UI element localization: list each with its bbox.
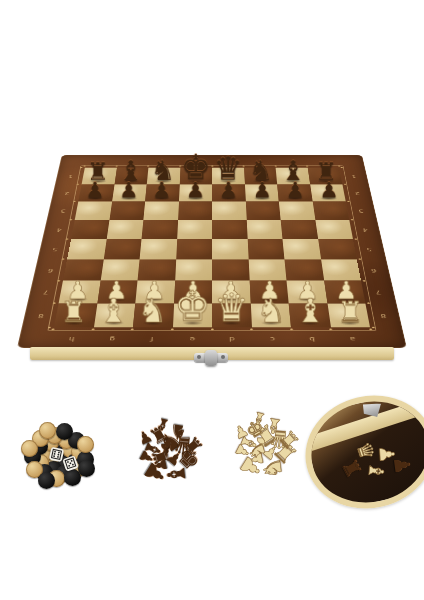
file-label: a xyxy=(331,332,373,342)
piece-shadow xyxy=(87,179,110,183)
light-knight: ♞ xyxy=(138,295,168,326)
light-pawn: ♟ xyxy=(105,279,127,302)
chessboard: ♜♝♞♚♛♞♝♜♟♟♟♟♟♟♟♟♟♟♟♟♟♟♟♟♜♝♞♚♛♞♝♜ hgfedcb… xyxy=(17,155,407,348)
brass-pin xyxy=(330,329,333,331)
square: ♟ xyxy=(112,184,147,201)
piece-shadow xyxy=(218,320,245,326)
square: ♞ xyxy=(244,168,277,184)
piece-shadow xyxy=(84,196,107,201)
rank-label: 5 xyxy=(43,239,67,259)
square: ♞ xyxy=(147,168,180,184)
wood-disc xyxy=(21,440,38,457)
square xyxy=(63,259,103,280)
square: ♝ xyxy=(289,303,331,327)
brass-pin xyxy=(73,201,76,202)
product-photo: ♜♝♞♚♛♞♝♜♟♟♟♟♟♟♟♟♟♟♟♟♟♟♟♟♜♝♞♚♛♞♝♜ hgfedcb… xyxy=(0,0,424,600)
dark-pawn: ♟ xyxy=(152,180,171,200)
rank-label: 7 xyxy=(366,281,391,304)
brass-pin xyxy=(290,329,293,331)
rank-label: 1 xyxy=(60,168,81,184)
dark-pawn: ♟ xyxy=(252,180,271,200)
square: ♟ xyxy=(245,184,279,201)
rank-labels-left: 12345678 xyxy=(28,168,81,328)
file-label: d xyxy=(212,332,252,342)
square: ♟ xyxy=(212,281,250,304)
piece-shadow xyxy=(152,179,174,183)
square xyxy=(281,220,318,239)
light-bishop: ♝ xyxy=(99,295,129,326)
rank-label: 3 xyxy=(52,202,74,220)
brass-pin xyxy=(53,303,56,305)
brass-pins-bottom xyxy=(51,329,372,331)
light-pawn: ♟ xyxy=(297,279,319,302)
rank-label: 5 xyxy=(357,239,381,259)
light-rook: ♜ xyxy=(61,298,87,326)
brass-pin xyxy=(347,201,350,202)
square: ♜ xyxy=(82,168,117,184)
dark-king: ♚ xyxy=(181,151,211,183)
square xyxy=(284,259,323,280)
light-pawn: ♟ xyxy=(258,279,280,302)
square: ♟ xyxy=(145,184,179,201)
piece-shadow xyxy=(184,196,207,201)
brass-pin xyxy=(48,327,51,329)
dark-pawn: ♟ xyxy=(219,180,238,200)
piece-shadow xyxy=(217,179,239,183)
square xyxy=(143,202,178,220)
square: ♜ xyxy=(307,168,342,184)
square: ♟ xyxy=(249,281,288,304)
brass-pins-top xyxy=(83,165,340,167)
board-grid: ♜♝♞♚♛♞♝♜♟♟♟♟♟♟♟♟♟♟♟♟♟♟♟♟♜♝♞♚♛♞♝♜ xyxy=(54,168,370,328)
piece-shadow xyxy=(336,320,364,326)
rank-label: 1 xyxy=(343,168,364,184)
rank-label: 4 xyxy=(48,220,71,239)
dark-rook: ♜ xyxy=(87,161,109,184)
piece-shadow xyxy=(282,179,305,183)
brass-pin xyxy=(77,183,80,184)
file-labels: hgfedcba xyxy=(51,332,373,342)
piece-shadow xyxy=(65,296,92,302)
rank-label: 8 xyxy=(28,303,54,327)
piece-shadow xyxy=(218,296,244,302)
light-queen: ♛ xyxy=(214,289,249,326)
square xyxy=(212,202,246,220)
light-bishop: ♝ xyxy=(296,295,326,326)
brass-pin xyxy=(359,258,362,260)
brass-pin xyxy=(179,165,181,166)
brass-pin xyxy=(147,165,149,166)
brass-pin xyxy=(80,167,83,168)
light-pawn: ♟ xyxy=(335,279,357,302)
square xyxy=(106,220,143,239)
square xyxy=(176,239,212,259)
rank-label: 2 xyxy=(56,184,78,201)
dark-knight: ♞ xyxy=(151,157,176,183)
square: ♟ xyxy=(324,281,366,304)
brass-pin xyxy=(66,238,69,239)
brass-pin xyxy=(341,167,344,168)
square xyxy=(138,259,176,280)
clasp-screw-left xyxy=(197,355,201,359)
square xyxy=(75,202,112,220)
square: ♟ xyxy=(78,184,114,201)
square xyxy=(312,202,349,220)
piece-shadow xyxy=(250,179,272,183)
square xyxy=(177,220,212,239)
square: ♛ xyxy=(212,303,252,327)
brass-pin xyxy=(306,165,309,166)
dark-pawn-in-box: ♟ xyxy=(391,455,413,476)
file-label: c xyxy=(252,332,293,342)
square: ♛ xyxy=(212,168,245,184)
square: ♝ xyxy=(276,168,310,184)
square: ♟ xyxy=(286,281,327,304)
dark-rook: ♜ xyxy=(315,161,337,184)
rank-label: 8 xyxy=(370,303,396,327)
brass-pin xyxy=(250,329,253,331)
dark-pawn: ♟ xyxy=(186,180,205,200)
piece-shadow xyxy=(142,296,168,302)
square xyxy=(315,220,353,239)
piece-shadow xyxy=(60,320,88,326)
square xyxy=(321,259,361,280)
rank-label: 4 xyxy=(353,220,376,239)
dark-pawn: ♟ xyxy=(286,180,305,200)
brass-pin xyxy=(70,219,73,220)
brass-pin xyxy=(372,327,375,329)
light-pawn: ♟ xyxy=(144,279,166,302)
piece-shadow xyxy=(297,320,325,326)
rank-label: 7 xyxy=(33,281,58,304)
rank-label: 3 xyxy=(350,202,372,220)
rank-labels-right: 12345678 xyxy=(343,168,396,328)
piece-shadow xyxy=(317,196,340,201)
brass-pin xyxy=(131,329,134,331)
brass-pin xyxy=(243,165,245,166)
square: ♟ xyxy=(135,281,174,304)
square xyxy=(246,220,282,239)
dark-pawn: ♟ xyxy=(86,180,105,200)
brass-pin xyxy=(369,329,372,331)
square: ♟ xyxy=(179,184,212,201)
black-disc xyxy=(38,472,55,489)
board-rim-line xyxy=(47,165,376,331)
brass-pin xyxy=(211,329,214,331)
brass-pin xyxy=(351,219,354,220)
light-pawn: ♟ xyxy=(220,279,242,302)
brass-pin xyxy=(51,329,54,331)
board-frame xyxy=(17,155,407,348)
thumbnail-light-pieces-pile: ♟♞♜♟♝♛♟♚♜♟♝♞♟♜♟♝ xyxy=(218,388,310,508)
thumbnail-dark-pieces-pile: ♟♜♞♟♝♛♟♜♚♟♞♝♟♜♟♝ xyxy=(116,390,220,516)
piece-shadow xyxy=(103,296,130,302)
file-label: h xyxy=(51,332,93,342)
piece-shadow xyxy=(117,196,140,201)
piece-shadow xyxy=(180,296,206,302)
dark-knight: ♞ xyxy=(249,157,274,183)
square xyxy=(142,220,178,239)
dark-pawn: ♟ xyxy=(119,180,138,200)
square: ♜ xyxy=(54,303,97,327)
piece-shadow xyxy=(332,296,359,302)
square: ♟ xyxy=(59,281,101,304)
light-king: ♚ xyxy=(174,287,211,326)
dark-bishop: ♝ xyxy=(118,157,143,183)
brass-pin xyxy=(62,258,65,260)
brass-pin xyxy=(344,183,347,184)
square xyxy=(175,259,212,280)
square xyxy=(247,239,284,259)
square: ♞ xyxy=(133,303,174,327)
square: ♝ xyxy=(93,303,135,327)
square: ♚ xyxy=(172,303,212,327)
dark-queen: ♛ xyxy=(214,153,243,184)
light-pawn: ♟ xyxy=(67,279,89,302)
brass-pin xyxy=(83,165,86,166)
thumbnail-checkers-dice: ⚅⚄ xyxy=(6,398,112,518)
thumbnail-box-interior: ♛♟♜♟♝ xyxy=(294,383,424,521)
light-pawn: ♟ xyxy=(182,279,204,302)
dark-rook-in-box: ♜ xyxy=(338,456,364,481)
square xyxy=(212,220,247,239)
rank-label: 6 xyxy=(361,259,385,280)
square xyxy=(67,239,106,259)
piece-shadow xyxy=(151,196,174,201)
piece-shadow xyxy=(217,196,240,201)
piece-shadow xyxy=(294,296,321,302)
file-label: f xyxy=(132,332,173,342)
square xyxy=(109,202,145,220)
square: ♚ xyxy=(179,168,212,184)
square: ♟ xyxy=(277,184,312,201)
file-label: b xyxy=(291,332,332,342)
piece-shadow xyxy=(314,179,337,183)
brass-pin xyxy=(363,280,366,282)
square xyxy=(212,259,249,280)
metal-clasp xyxy=(194,350,228,368)
square xyxy=(282,239,320,259)
square xyxy=(71,220,109,239)
brass-pin xyxy=(171,329,174,331)
wood-disc xyxy=(39,422,56,439)
clasp-screw-right xyxy=(221,355,225,359)
piece-shadow xyxy=(185,179,207,183)
light-bishop-in-box: ♝ xyxy=(365,461,387,481)
light-knight: ♞ xyxy=(256,295,286,326)
square: ♝ xyxy=(114,168,148,184)
square xyxy=(178,202,212,220)
black-disc xyxy=(78,460,95,477)
clasp-hook xyxy=(205,350,217,366)
square: ♜ xyxy=(327,303,370,327)
square xyxy=(103,239,141,259)
dark-pawn: ♟ xyxy=(319,180,338,200)
black-disc xyxy=(56,423,73,440)
piece-shadow xyxy=(179,320,206,326)
square xyxy=(140,239,177,259)
brass-pin xyxy=(338,165,341,166)
brass-pin xyxy=(91,329,94,331)
piece-shadow xyxy=(284,196,307,201)
brass-pin xyxy=(211,165,213,166)
brass-pins-left xyxy=(48,167,83,329)
rank-label: 6 xyxy=(38,259,62,280)
piece-shadow xyxy=(257,320,284,326)
square: ♟ xyxy=(174,281,212,304)
brass-pin xyxy=(115,165,118,166)
square xyxy=(279,202,315,220)
square xyxy=(318,239,357,259)
brass-pins-right xyxy=(341,167,376,329)
brass-pin xyxy=(367,303,370,305)
piece-shadow xyxy=(139,320,166,326)
chessboard-scene: ♜♝♞♚♛♞♝♜♟♟♟♟♟♟♟♟♟♟♟♟♟♟♟♟♜♝♞♚♛♞♝♜ hgfedcb… xyxy=(0,95,424,348)
square: ♟ xyxy=(310,184,346,201)
square xyxy=(248,259,286,280)
detail-thumbnails: ⚅⚄ ♟♜♞♟♝♛♟♜♚♟♞♝♟♜♟♝ ♟♞♜♟♝♛♟♚♜♟♝♞♟♜♟♝ ♛♟♜… xyxy=(0,388,424,528)
square: ♟ xyxy=(97,281,138,304)
file-label: g xyxy=(91,332,132,342)
square: ♟ xyxy=(212,184,245,201)
light-rook: ♜ xyxy=(337,298,363,326)
square xyxy=(245,202,280,220)
piece-shadow xyxy=(256,296,282,302)
square: ♞ xyxy=(250,303,291,327)
piece-shadow xyxy=(120,179,143,183)
wood-disc xyxy=(77,436,94,453)
piece-shadow xyxy=(250,196,273,201)
dark-bishop: ♝ xyxy=(281,157,306,183)
square xyxy=(212,239,248,259)
file-label: e xyxy=(172,332,212,342)
square xyxy=(100,259,139,280)
brass-pin xyxy=(57,280,60,282)
brass-pin xyxy=(274,165,276,166)
piece-shadow xyxy=(100,320,128,326)
brass-pin xyxy=(355,238,358,239)
rank-label: 2 xyxy=(346,184,368,201)
